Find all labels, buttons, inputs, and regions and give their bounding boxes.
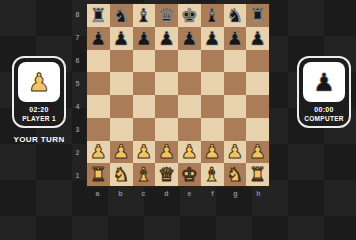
- square-d3[interactable]: [155, 118, 178, 141]
- white-pawn[interactable]: ♟: [204, 142, 221, 161]
- file-label-e: e: [178, 187, 201, 199]
- square-b2[interactable]: ♟: [110, 141, 133, 164]
- square-d6[interactable]: [155, 50, 178, 73]
- square-b5[interactable]: [110, 72, 133, 95]
- rank-label-8: 8: [71, 3, 84, 26]
- black-player-tile: ♟: [303, 62, 345, 102]
- file-label-d: d: [155, 187, 178, 199]
- square-g7[interactable]: ♟: [224, 27, 247, 50]
- square-b8[interactable]: ♞: [110, 4, 133, 27]
- square-g3[interactable]: [224, 118, 247, 141]
- rank-label-1: 1: [71, 164, 84, 187]
- black-rook[interactable]: ♜: [249, 6, 266, 25]
- square-f3[interactable]: [201, 118, 224, 141]
- square-c7[interactable]: ♟: [133, 27, 156, 50]
- square-g5[interactable]: [224, 72, 247, 95]
- chess-board[interactable]: ♜♞♝♛♚♝♞♜♟♟♟♟♟♟♟♟♟♟♟♟♟♟♟♟♜♞♝♛♚♝♞♜: [86, 3, 270, 187]
- square-a2[interactable]: ♟: [87, 141, 110, 164]
- white-pawn-icon: ♟: [28, 70, 50, 95]
- file-label-f: f: [201, 187, 224, 199]
- white-pawn[interactable]: ♟: [113, 142, 130, 161]
- square-d2[interactable]: ♟: [155, 141, 178, 164]
- white-pawn[interactable]: ♟: [135, 142, 152, 161]
- black-rook[interactable]: ♜: [90, 6, 107, 25]
- rank-label-7: 7: [71, 26, 84, 49]
- square-d4[interactable]: [155, 95, 178, 118]
- black-pawn[interactable]: ♟: [135, 29, 152, 48]
- square-e1[interactable]: ♚: [178, 163, 201, 186]
- square-c1[interactable]: ♝: [133, 163, 156, 186]
- white-player-name: PLAYER 1: [22, 115, 56, 122]
- square-a8[interactable]: ♜: [87, 4, 110, 27]
- square-c3[interactable]: [133, 118, 156, 141]
- square-g2[interactable]: ♟: [224, 141, 247, 164]
- square-f4[interactable]: [201, 95, 224, 118]
- square-d8[interactable]: ♛: [155, 4, 178, 27]
- white-clock: 02:20: [29, 106, 48, 113]
- square-d5[interactable]: [155, 72, 178, 95]
- black-pawn[interactable]: ♟: [204, 29, 221, 48]
- square-g8[interactable]: ♞: [224, 4, 247, 27]
- square-f8[interactable]: ♝: [201, 4, 224, 27]
- black-pawn[interactable]: ♟: [226, 29, 243, 48]
- square-b7[interactable]: ♟: [110, 27, 133, 50]
- file-label-a: a: [86, 187, 109, 199]
- square-c8[interactable]: ♝: [133, 4, 156, 27]
- square-h5[interactable]: [246, 72, 269, 95]
- file-labels: abcdefgh: [86, 187, 270, 199]
- turn-indicator: YOUR TURN: [6, 135, 72, 144]
- square-c6[interactable]: [133, 50, 156, 73]
- player-card-black: ♟ 00:00 COMPUTER: [297, 56, 351, 128]
- file-label-h: h: [247, 187, 270, 199]
- square-h8[interactable]: ♜: [246, 4, 269, 27]
- rank-label-4: 4: [71, 95, 84, 118]
- square-g1[interactable]: ♞: [224, 163, 247, 186]
- white-player-tile: ♟: [18, 62, 60, 102]
- rank-label-6: 6: [71, 49, 84, 72]
- square-h1[interactable]: ♜: [246, 163, 269, 186]
- white-pawn[interactable]: ♟: [90, 142, 107, 161]
- white-pawn[interactable]: ♟: [181, 142, 198, 161]
- square-h4[interactable]: [246, 95, 269, 118]
- square-d1[interactable]: ♛: [155, 163, 178, 186]
- black-pawn-icon: ♟: [313, 70, 335, 95]
- square-e3[interactable]: [178, 118, 201, 141]
- white-knight[interactable]: ♞: [226, 165, 243, 184]
- square-f5[interactable]: [201, 72, 224, 95]
- square-a5[interactable]: [87, 72, 110, 95]
- square-e7[interactable]: ♟: [178, 27, 201, 50]
- square-g6[interactable]: [224, 50, 247, 73]
- black-queen[interactable]: ♛: [158, 6, 175, 25]
- black-pawn[interactable]: ♟: [181, 29, 198, 48]
- white-pawn[interactable]: ♟: [158, 142, 175, 161]
- black-king[interactable]: ♚: [181, 6, 198, 25]
- square-f1[interactable]: ♝: [201, 163, 224, 186]
- player-card-white: ♟ 02:20 PLAYER 1: [12, 56, 66, 128]
- white-rook[interactable]: ♜: [90, 165, 107, 184]
- square-c2[interactable]: ♟: [133, 141, 156, 164]
- square-a6[interactable]: [87, 50, 110, 73]
- square-g4[interactable]: [224, 95, 247, 118]
- square-h2[interactable]: ♟: [246, 141, 269, 164]
- black-bishop[interactable]: ♝: [135, 6, 152, 25]
- white-bishop[interactable]: ♝: [135, 165, 152, 184]
- rank-label-2: 2: [71, 141, 84, 164]
- black-pawn[interactable]: ♟: [113, 29, 130, 48]
- white-queen[interactable]: ♛: [158, 165, 175, 184]
- black-pawn[interactable]: ♟: [249, 29, 266, 48]
- square-f7[interactable]: ♟: [201, 27, 224, 50]
- square-d7[interactable]: ♟: [155, 27, 178, 50]
- black-pawn[interactable]: ♟: [158, 29, 175, 48]
- square-e2[interactable]: ♟: [178, 141, 201, 164]
- white-bishop[interactable]: ♝: [204, 165, 221, 184]
- square-h6[interactable]: [246, 50, 269, 73]
- square-e8[interactable]: ♚: [178, 4, 201, 27]
- rank-label-5: 5: [71, 72, 84, 95]
- square-a3[interactable]: [87, 118, 110, 141]
- square-f2[interactable]: ♟: [201, 141, 224, 164]
- file-label-b: b: [109, 187, 132, 199]
- square-b4[interactable]: [110, 95, 133, 118]
- black-bishop[interactable]: ♝: [204, 6, 221, 25]
- white-king[interactable]: ♚: [181, 165, 198, 184]
- white-rook[interactable]: ♜: [249, 165, 266, 184]
- square-a7[interactable]: ♟: [87, 27, 110, 50]
- square-b1[interactable]: ♞: [110, 163, 133, 186]
- square-a4[interactable]: [87, 95, 110, 118]
- black-player-name: COMPUTER: [304, 115, 344, 122]
- square-c5[interactable]: [133, 72, 156, 95]
- black-knight[interactable]: ♞: [226, 6, 243, 25]
- file-label-g: g: [224, 187, 247, 199]
- black-pawn[interactable]: ♟: [90, 29, 107, 48]
- rank-labels: 87654321: [71, 3, 84, 187]
- file-label-c: c: [132, 187, 155, 199]
- square-b3[interactable]: [110, 118, 133, 141]
- square-h3[interactable]: [246, 118, 269, 141]
- rank-label-3: 3: [71, 118, 84, 141]
- square-e6[interactable]: [178, 50, 201, 73]
- square-e4[interactable]: [178, 95, 201, 118]
- white-pawn[interactable]: ♟: [249, 142, 266, 161]
- square-e5[interactable]: [178, 72, 201, 95]
- square-a1[interactable]: ♜: [87, 163, 110, 186]
- square-c4[interactable]: [133, 95, 156, 118]
- black-clock: 00:00: [314, 106, 333, 113]
- white-knight[interactable]: ♞: [113, 165, 130, 184]
- square-b6[interactable]: [110, 50, 133, 73]
- square-h7[interactable]: ♟: [246, 27, 269, 50]
- black-knight[interactable]: ♞: [113, 6, 130, 25]
- square-f6[interactable]: [201, 50, 224, 73]
- white-pawn[interactable]: ♟: [226, 142, 243, 161]
